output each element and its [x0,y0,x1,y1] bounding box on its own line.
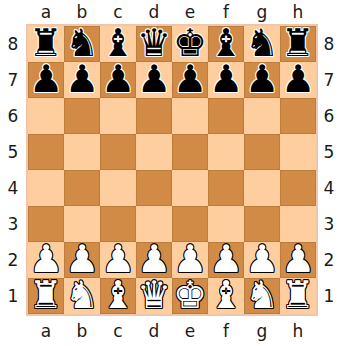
piece-black-pawn[interactable]: ♟ [281,61,315,97]
square-a6[interactable] [28,98,64,134]
coordinate-label-7: 7 [318,62,340,98]
square-f1[interactable]: ♝ [208,278,244,314]
piece-black-pawn[interactable]: ♟ [209,61,243,97]
square-c7[interactable]: ♟ [100,62,136,98]
coordinate-label-6: 6 [318,98,340,134]
square-b6[interactable] [64,98,100,134]
coordinate-label-4: 4 [0,170,26,206]
piece-white-pawn[interactable]: ♟ [137,241,171,277]
piece-white-rook[interactable]: ♜ [281,277,315,313]
square-g5[interactable] [244,134,280,170]
piece-white-bishop[interactable]: ♝ [209,277,243,313]
square-e7[interactable]: ♟ [172,62,208,98]
square-e4[interactable] [172,170,208,206]
square-g7[interactable]: ♟ [244,62,280,98]
piece-white-knight[interactable]: ♞ [245,277,279,313]
coordinate-label-6: 6 [0,98,26,134]
square-d5[interactable] [136,134,172,170]
coordinate-label-3: 3 [0,206,26,242]
square-c1[interactable]: ♝ [100,278,136,314]
coordinate-label-d: d [136,316,172,346]
piece-black-rook[interactable]: ♜ [281,25,315,61]
coordinate-label-8: 8 [0,26,26,62]
square-f7[interactable]: ♟ [208,62,244,98]
piece-white-queen[interactable]: ♛ [137,277,171,313]
piece-black-rook[interactable]: ♜ [29,25,63,61]
coordinate-label-8: 8 [318,26,340,62]
piece-white-pawn[interactable]: ♟ [209,241,243,277]
coordinate-label-2: 2 [318,242,340,278]
square-b7[interactable]: ♟ [64,62,100,98]
piece-white-pawn[interactable]: ♟ [173,241,207,277]
piece-black-bishop[interactable]: ♝ [209,25,243,61]
coordinate-label-c: c [100,316,136,346]
board: ♜♞♝♛♚♝♞♜♟♟♟♟♟♟♟♟♟♟♟♟♟♟♟♟♜♞♝♛♚♝♞♜ [26,24,318,316]
piece-white-pawn[interactable]: ♟ [65,241,99,277]
square-f6[interactable] [208,98,244,134]
square-e5[interactable] [172,134,208,170]
coordinate-label-1: 1 [318,278,340,314]
square-a7[interactable]: ♟ [28,62,64,98]
piece-black-pawn[interactable]: ♟ [245,61,279,97]
square-d4[interactable] [136,170,172,206]
square-f4[interactable] [208,170,244,206]
coordinate-label-b: b [64,316,100,346]
square-c6[interactable] [100,98,136,134]
square-h5[interactable] [280,134,316,170]
piece-black-pawn[interactable]: ♟ [173,61,207,97]
piece-black-king[interactable]: ♚ [173,25,207,61]
coordinate-label-e: e [172,316,208,346]
coordinate-label-h: h [280,316,316,346]
square-h4[interactable] [280,170,316,206]
piece-black-pawn[interactable]: ♟ [65,61,99,97]
piece-black-pawn[interactable]: ♟ [101,61,135,97]
coordinate-label-1: 1 [0,278,26,314]
square-g6[interactable] [244,98,280,134]
coordinate-label-5: 5 [0,134,26,170]
coordinate-label-a: a [28,316,64,346]
square-h6[interactable] [280,98,316,134]
piece-black-pawn[interactable]: ♟ [29,61,63,97]
square-e6[interactable] [172,98,208,134]
rank-labels-right: 87654321 [318,26,340,314]
piece-black-pawn[interactable]: ♟ [137,61,171,97]
piece-white-bishop[interactable]: ♝ [101,277,135,313]
piece-white-rook[interactable]: ♜ [29,277,63,313]
coordinate-label-g: g [244,316,280,346]
square-b4[interactable] [64,170,100,206]
square-c4[interactable] [100,170,136,206]
piece-white-pawn[interactable]: ♟ [245,241,279,277]
square-e1[interactable]: ♚ [172,278,208,314]
piece-black-queen[interactable]: ♛ [137,25,171,61]
coordinate-label-3: 3 [318,206,340,242]
square-h1[interactable]: ♜ [280,278,316,314]
piece-white-pawn[interactable]: ♟ [29,241,63,277]
square-c5[interactable] [100,134,136,170]
square-h7[interactable]: ♟ [280,62,316,98]
coordinate-label-5: 5 [318,134,340,170]
coordinate-label-7: 7 [0,62,26,98]
square-a4[interactable] [28,170,64,206]
square-a1[interactable]: ♜ [28,278,64,314]
piece-white-knight[interactable]: ♞ [65,277,99,313]
square-d6[interactable] [136,98,172,134]
coordinate-label-f: f [208,316,244,346]
square-g4[interactable] [244,170,280,206]
file-labels-bottom: abcdefgh [28,316,316,346]
rank-labels-left: 87654321 [0,26,26,314]
square-d7[interactable]: ♟ [136,62,172,98]
square-b5[interactable] [64,134,100,170]
square-a5[interactable] [28,134,64,170]
coordinate-label-2: 2 [0,242,26,278]
piece-white-pawn[interactable]: ♟ [101,241,135,277]
piece-white-pawn[interactable]: ♟ [281,241,315,277]
piece-black-knight[interactable]: ♞ [65,25,99,61]
chessboard-screenshot: abcdefgh 87654321 87654321 abcdefgh ♜♞♝♛… [0,0,340,346]
square-g1[interactable]: ♞ [244,278,280,314]
coordinate-label-4: 4 [318,170,340,206]
square-b1[interactable]: ♞ [64,278,100,314]
piece-black-bishop[interactable]: ♝ [101,25,135,61]
square-d1[interactable]: ♛ [136,278,172,314]
piece-black-knight[interactable]: ♞ [245,25,279,61]
square-f5[interactable] [208,134,244,170]
piece-white-king[interactable]: ♚ [173,277,207,313]
